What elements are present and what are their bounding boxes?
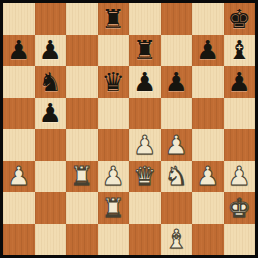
square-d4[interactable] <box>98 129 130 161</box>
square-f2[interactable] <box>161 192 193 224</box>
piece-white-knight[interactable]: ♞ <box>161 161 193 193</box>
piece-white-queen[interactable]: ♛ <box>129 161 161 193</box>
square-a4[interactable] <box>3 129 35 161</box>
square-e2[interactable] <box>129 192 161 224</box>
piece-white-rook[interactable]: ♜ <box>98 192 130 224</box>
square-b7[interactable]: ♟ <box>35 35 67 67</box>
chess-board: ♜♚♟♟♜♟♝♞♛♟♟♟♟♟♟♟♜♟♛♞♟♟♜♚♝ <box>0 0 258 258</box>
square-e7[interactable]: ♜ <box>129 35 161 67</box>
square-d6[interactable]: ♛ <box>98 66 130 98</box>
piece-white-rook[interactable]: ♜ <box>66 161 98 193</box>
square-g8[interactable] <box>192 3 224 35</box>
square-b8[interactable] <box>35 3 67 35</box>
piece-black-pawn[interactable]: ♟ <box>129 66 161 98</box>
square-e5[interactable] <box>129 98 161 130</box>
piece-white-king[interactable]: ♚ <box>224 192 256 224</box>
square-f8[interactable] <box>161 3 193 35</box>
piece-white-pawn[interactable]: ♟ <box>161 129 193 161</box>
square-f4[interactable]: ♟ <box>161 129 193 161</box>
square-g6[interactable] <box>192 66 224 98</box>
square-b1[interactable] <box>35 224 67 256</box>
square-h5[interactable] <box>224 98 256 130</box>
square-c5[interactable] <box>66 98 98 130</box>
square-h3[interactable]: ♟ <box>224 161 256 193</box>
piece-white-pawn[interactable]: ♟ <box>192 161 224 193</box>
square-c8[interactable] <box>66 3 98 35</box>
square-g3[interactable]: ♟ <box>192 161 224 193</box>
square-e1[interactable] <box>129 224 161 256</box>
square-d5[interactable] <box>98 98 130 130</box>
square-g1[interactable] <box>192 224 224 256</box>
square-a5[interactable] <box>3 98 35 130</box>
square-f1[interactable]: ♝ <box>161 224 193 256</box>
square-c7[interactable] <box>66 35 98 67</box>
square-a7[interactable]: ♟ <box>3 35 35 67</box>
piece-white-pawn[interactable]: ♟ <box>224 161 256 193</box>
piece-black-pawn[interactable]: ♟ <box>192 35 224 67</box>
square-f5[interactable] <box>161 98 193 130</box>
square-g7[interactable]: ♟ <box>192 35 224 67</box>
square-e4[interactable]: ♟ <box>129 129 161 161</box>
square-h4[interactable] <box>224 129 256 161</box>
square-h2[interactable]: ♚ <box>224 192 256 224</box>
square-f6[interactable]: ♟ <box>161 66 193 98</box>
square-c6[interactable] <box>66 66 98 98</box>
square-b3[interactable] <box>35 161 67 193</box>
piece-black-pawn[interactable]: ♟ <box>3 35 35 67</box>
square-h6[interactable]: ♟ <box>224 66 256 98</box>
square-g5[interactable] <box>192 98 224 130</box>
piece-black-pawn[interactable]: ♟ <box>161 66 193 98</box>
square-c3[interactable]: ♜ <box>66 161 98 193</box>
square-d2[interactable]: ♜ <box>98 192 130 224</box>
piece-white-bishop[interactable]: ♝ <box>161 224 193 256</box>
square-h7[interactable]: ♝ <box>224 35 256 67</box>
square-d8[interactable]: ♜ <box>98 3 130 35</box>
piece-black-bishop[interactable]: ♝ <box>224 35 256 67</box>
piece-black-pawn[interactable]: ♟ <box>224 66 256 98</box>
square-c1[interactable] <box>66 224 98 256</box>
square-c2[interactable] <box>66 192 98 224</box>
piece-black-pawn[interactable]: ♟ <box>35 98 67 130</box>
piece-white-pawn[interactable]: ♟ <box>129 129 161 161</box>
piece-black-rook[interactable]: ♜ <box>98 3 130 35</box>
square-f7[interactable] <box>161 35 193 67</box>
square-b5[interactable]: ♟ <box>35 98 67 130</box>
square-a8[interactable] <box>3 3 35 35</box>
square-g4[interactable] <box>192 129 224 161</box>
square-a2[interactable] <box>3 192 35 224</box>
square-e6[interactable]: ♟ <box>129 66 161 98</box>
square-b4[interactable] <box>35 129 67 161</box>
piece-black-queen[interactable]: ♛ <box>98 66 130 98</box>
piece-black-knight[interactable]: ♞ <box>35 66 67 98</box>
square-a6[interactable] <box>3 66 35 98</box>
piece-black-king[interactable]: ♚ <box>224 3 256 35</box>
square-e8[interactable] <box>129 3 161 35</box>
square-a1[interactable] <box>3 224 35 256</box>
square-b6[interactable]: ♞ <box>35 66 67 98</box>
square-e3[interactable]: ♛ <box>129 161 161 193</box>
square-d1[interactable] <box>98 224 130 256</box>
square-h1[interactable] <box>224 224 256 256</box>
piece-black-pawn[interactable]: ♟ <box>35 35 67 67</box>
square-c4[interactable] <box>66 129 98 161</box>
square-b2[interactable] <box>35 192 67 224</box>
square-g2[interactable] <box>192 192 224 224</box>
square-d3[interactable]: ♟ <box>98 161 130 193</box>
square-d7[interactable] <box>98 35 130 67</box>
piece-black-rook[interactable]: ♜ <box>129 35 161 67</box>
piece-white-pawn[interactable]: ♟ <box>3 161 35 193</box>
square-a3[interactable]: ♟ <box>3 161 35 193</box>
square-f3[interactable]: ♞ <box>161 161 193 193</box>
square-h8[interactable]: ♚ <box>224 3 256 35</box>
piece-white-pawn[interactable]: ♟ <box>98 161 130 193</box>
